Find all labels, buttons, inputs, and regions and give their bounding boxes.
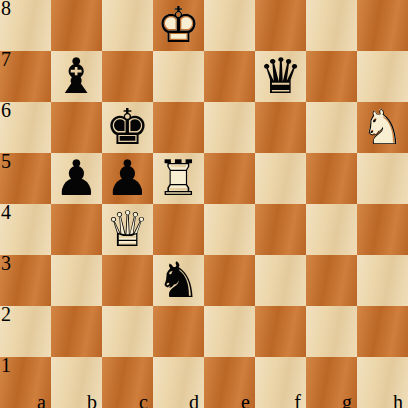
square-g2[interactable] xyxy=(306,306,357,357)
square-g6[interactable] xyxy=(306,102,357,153)
rank-label-3: 3 xyxy=(1,253,11,273)
chess-board-wrap: 8♚♔7♝♛6♚♞♘5♟♟♜♖4♛♕3♞21abcdefgh xyxy=(0,0,408,408)
square-a5[interactable]: 5 xyxy=(0,153,51,204)
rank-label-4: 4 xyxy=(1,202,11,222)
rank-label-2: 2 xyxy=(1,304,11,324)
square-g8[interactable] xyxy=(306,0,357,51)
square-e2[interactable] xyxy=(204,306,255,357)
square-c8[interactable] xyxy=(102,0,153,51)
square-d4[interactable] xyxy=(153,204,204,255)
file-label-d: d xyxy=(189,392,199,408)
file-label-f: f xyxy=(294,392,301,408)
square-g4[interactable] xyxy=(306,204,357,255)
square-d6[interactable] xyxy=(153,102,204,153)
white-king-d8[interactable]: ♚♔ xyxy=(153,0,204,51)
square-g3[interactable] xyxy=(306,255,357,306)
white-king-icon: ♔ xyxy=(153,0,204,51)
file-label-c: c xyxy=(139,392,148,408)
black-pawn-c5[interactable]: ♟ xyxy=(102,153,153,204)
square-a6[interactable]: 6 xyxy=(0,102,51,153)
square-e3[interactable] xyxy=(204,255,255,306)
square-d7[interactable] xyxy=(153,51,204,102)
square-f8[interactable] xyxy=(255,0,306,51)
square-c2[interactable] xyxy=(102,306,153,357)
square-e7[interactable] xyxy=(204,51,255,102)
square-c7[interactable] xyxy=(102,51,153,102)
square-g1[interactable]: g xyxy=(306,357,357,408)
square-h5[interactable] xyxy=(357,153,408,204)
square-a8[interactable]: 8 xyxy=(0,0,51,51)
square-f5[interactable] xyxy=(255,153,306,204)
square-f7[interactable]: ♛ xyxy=(255,51,306,102)
square-c3[interactable] xyxy=(102,255,153,306)
square-e8[interactable] xyxy=(204,0,255,51)
file-label-b: b xyxy=(87,392,97,408)
rank-label-6: 6 xyxy=(1,100,11,120)
square-h1[interactable]: h xyxy=(357,357,408,408)
square-h7[interactable] xyxy=(357,51,408,102)
square-h6[interactable]: ♞♘ xyxy=(357,102,408,153)
rank-label-7: 7 xyxy=(1,49,11,69)
black-bishop-icon: ♝ xyxy=(51,51,102,102)
square-a2[interactable]: 2 xyxy=(0,306,51,357)
square-b5[interactable]: ♟ xyxy=(51,153,102,204)
square-b4[interactable] xyxy=(51,204,102,255)
square-f4[interactable] xyxy=(255,204,306,255)
square-f6[interactable] xyxy=(255,102,306,153)
square-b2[interactable] xyxy=(51,306,102,357)
white-queen-icon: ♕ xyxy=(102,204,153,255)
file-label-a: a xyxy=(37,392,46,408)
square-d2[interactable] xyxy=(153,306,204,357)
black-knight-icon: ♞ xyxy=(153,255,204,306)
rank-label-1: 1 xyxy=(1,355,11,375)
square-d1[interactable]: d xyxy=(153,357,204,408)
square-d3[interactable]: ♞ xyxy=(153,255,204,306)
square-b3[interactable] xyxy=(51,255,102,306)
white-knight-icon: ♘ xyxy=(357,102,408,153)
square-a7[interactable]: 7 xyxy=(0,51,51,102)
square-h8[interactable] xyxy=(357,0,408,51)
black-queen-icon: ♛ xyxy=(255,51,306,102)
chess-board: 8♚♔7♝♛6♚♞♘5♟♟♜♖4♛♕3♞21abcdefgh xyxy=(0,0,408,408)
square-h2[interactable] xyxy=(357,306,408,357)
black-pawn-icon: ♟ xyxy=(51,153,102,204)
rank-label-8: 8 xyxy=(1,0,11,18)
file-label-h: h xyxy=(393,392,403,408)
square-d5[interactable]: ♜♖ xyxy=(153,153,204,204)
black-knight-d3[interactable]: ♞ xyxy=(153,255,204,306)
square-b7[interactable]: ♝ xyxy=(51,51,102,102)
square-b6[interactable] xyxy=(51,102,102,153)
square-g7[interactable] xyxy=(306,51,357,102)
square-e4[interactable] xyxy=(204,204,255,255)
square-f2[interactable] xyxy=(255,306,306,357)
square-h3[interactable] xyxy=(357,255,408,306)
square-d8[interactable]: ♚♔ xyxy=(153,0,204,51)
black-bishop-b7[interactable]: ♝ xyxy=(51,51,102,102)
square-e5[interactable] xyxy=(204,153,255,204)
square-e1[interactable]: e xyxy=(204,357,255,408)
white-queen-c4[interactable]: ♛♕ xyxy=(102,204,153,255)
black-queen-f7[interactable]: ♛ xyxy=(255,51,306,102)
file-label-g: g xyxy=(342,392,352,408)
square-b1[interactable]: b xyxy=(51,357,102,408)
square-e6[interactable] xyxy=(204,102,255,153)
black-king-icon: ♚ xyxy=(102,102,153,153)
black-pawn-b5[interactable]: ♟ xyxy=(51,153,102,204)
square-a4[interactable]: 4 xyxy=(0,204,51,255)
square-a1[interactable]: 1a xyxy=(0,357,51,408)
square-f1[interactable]: f xyxy=(255,357,306,408)
square-c4[interactable]: ♛♕ xyxy=(102,204,153,255)
square-c6[interactable]: ♚ xyxy=(102,102,153,153)
square-a3[interactable]: 3 xyxy=(0,255,51,306)
square-h4[interactable] xyxy=(357,204,408,255)
square-g5[interactable] xyxy=(306,153,357,204)
file-label-e: e xyxy=(241,392,250,408)
square-b8[interactable] xyxy=(51,0,102,51)
black-king-c6[interactable]: ♚ xyxy=(102,102,153,153)
square-c5[interactable]: ♟ xyxy=(102,153,153,204)
white-rook-d5[interactable]: ♜♖ xyxy=(153,153,204,204)
rank-label-5: 5 xyxy=(1,151,11,171)
black-pawn-icon: ♟ xyxy=(102,153,153,204)
square-f3[interactable] xyxy=(255,255,306,306)
white-rook-icon: ♖ xyxy=(153,153,204,204)
square-c1[interactable]: c xyxy=(102,357,153,408)
white-knight-h6[interactable]: ♞♘ xyxy=(357,102,408,153)
